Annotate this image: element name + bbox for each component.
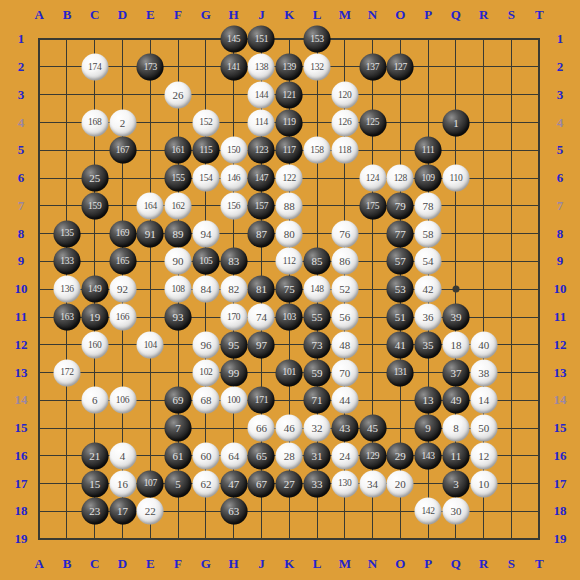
stone-B13[interactable]: 172 [53,359,80,386]
stone-O2[interactable]: 127 [387,53,414,80]
move-number: 167 [116,146,129,156]
stone-L17[interactable]: 33 [304,470,331,497]
stone-K9[interactable]: 112 [276,248,303,275]
column-label-top: K [284,7,294,23]
stone-N6[interactable]: 124 [359,165,386,192]
stone-O16[interactable]: 29 [387,442,414,469]
stone-D4[interactable]: 2 [109,109,136,136]
move-number: 12 [478,450,489,461]
stone-O9[interactable]: 57 [387,248,414,275]
stone-L9[interactable]: 85 [304,248,331,275]
move-number: 163 [60,312,73,322]
stone-C2[interactable]: 174 [81,53,108,80]
column-label-top: S [508,7,515,23]
stone-H12[interactable]: 95 [220,331,247,358]
stone-N7[interactable]: 175 [359,192,386,219]
go-board[interactable]: AABBCCDDEEFFGGHHJJKKLLMMNNOOPPQQRRSSTT11… [0,0,580,580]
move-number: 77 [395,228,406,239]
stone-D14[interactable]: 106 [109,387,136,414]
stone-G17[interactable]: 62 [192,470,219,497]
stone-F6[interactable]: 155 [165,165,192,192]
move-number: 142 [421,507,434,517]
move-number: 125 [366,118,379,128]
stone-L5[interactable]: 158 [304,137,331,164]
move-number: 13 [423,395,434,406]
move-number: 112 [283,257,296,267]
column-label-top: R [479,7,488,23]
stone-K10[interactable]: 75 [276,276,303,303]
move-number: 35 [423,339,434,350]
move-number: 149 [88,284,101,294]
stone-M16[interactable]: 24 [331,442,358,469]
move-number: 1 [453,117,459,128]
column-label-top: F [174,7,182,23]
move-number: 78 [423,200,434,211]
column-label-bottom: K [284,556,294,572]
stone-M9[interactable]: 86 [331,248,358,275]
stone-C17[interactable]: 15 [81,470,108,497]
stone-D8[interactable]: 169 [109,220,136,247]
stone-M3[interactable]: 120 [331,81,358,108]
move-number: 54 [423,256,434,267]
column-label-bottom: M [339,556,351,572]
stone-D5[interactable]: 167 [109,137,136,164]
move-number: 146 [227,173,240,183]
stone-P14[interactable]: 13 [415,387,442,414]
stone-O17[interactable]: 20 [387,470,414,497]
column-label-bottom: F [174,556,182,572]
move-number: 75 [284,284,295,295]
stone-R16[interactable]: 12 [470,442,497,469]
move-number: 22 [145,506,156,517]
move-number: 109 [421,173,434,183]
stone-R15[interactable]: 50 [470,415,497,442]
stone-N17[interactable]: 34 [359,470,386,497]
stone-O12[interactable]: 41 [387,331,414,358]
stone-K2[interactable]: 139 [276,53,303,80]
move-number: 153 [310,34,323,44]
move-number: 161 [171,146,184,156]
stone-J7[interactable]: 157 [248,192,275,219]
move-number: 3 [453,478,459,489]
stone-C10[interactable]: 149 [81,276,108,303]
stone-J5[interactable]: 123 [248,137,275,164]
row-label-right: 16 [554,448,567,464]
stone-J11[interactable]: 74 [248,304,275,331]
row-label-right: 1 [557,31,564,47]
stone-F17[interactable]: 5 [165,470,192,497]
move-number: 94 [200,228,211,239]
move-number: 137 [366,62,379,72]
stone-G14[interactable]: 68 [192,387,219,414]
row-label-left: 3 [18,87,25,103]
stone-F5[interactable]: 161 [165,137,192,164]
stone-P6[interactable]: 109 [415,165,442,192]
move-number: 170 [227,312,240,322]
stone-P9[interactable]: 54 [415,248,442,275]
move-number: 76 [339,228,350,239]
move-number: 135 [60,229,73,239]
stone-C18[interactable]: 23 [81,498,108,525]
move-number: 49 [450,395,461,406]
stone-F14[interactable]: 69 [165,387,192,414]
move-number: 52 [339,284,350,295]
row-label-left: 8 [18,226,25,242]
stone-L11[interactable]: 55 [304,304,331,331]
stone-O6[interactable]: 128 [387,165,414,192]
stone-C14[interactable]: 6 [81,387,108,414]
stone-N2[interactable]: 137 [359,53,386,80]
move-number: 99 [228,367,239,378]
stone-D9[interactable]: 165 [109,248,136,275]
stone-L12[interactable]: 73 [304,331,331,358]
stone-F7[interactable]: 162 [165,192,192,219]
move-number: 38 [478,367,489,378]
move-number: 92 [117,284,128,295]
row-label-left: 12 [15,337,28,353]
stone-R12[interactable]: 40 [470,331,497,358]
stone-K11[interactable]: 103 [276,304,303,331]
stone-C7[interactable]: 159 [81,192,108,219]
stone-O8[interactable]: 77 [387,220,414,247]
move-number: 68 [200,395,211,406]
stone-K13[interactable]: 101 [276,359,303,386]
column-label-top: G [201,7,211,23]
move-number: 28 [284,450,295,461]
row-label-left: 10 [15,281,28,297]
stone-F10[interactable]: 108 [165,276,192,303]
stone-Q4[interactable]: 1 [442,109,469,136]
stone-L15[interactable]: 32 [304,415,331,442]
stone-D11[interactable]: 166 [109,304,136,331]
move-number: 4 [120,450,126,461]
stone-J16[interactable]: 65 [248,442,275,469]
move-number: 14 [478,395,489,406]
move-number: 58 [423,228,434,239]
move-number: 30 [450,506,461,517]
move-number: 172 [60,368,73,378]
stone-P12[interactable]: 35 [415,331,442,358]
move-number: 79 [395,200,406,211]
move-number: 64 [228,450,239,461]
move-number: 82 [228,284,239,295]
stone-J17[interactable]: 67 [248,470,275,497]
row-label-left: 2 [18,59,25,75]
row-label-right: 4 [557,115,564,131]
stone-P16[interactable]: 143 [415,442,442,469]
move-number: 48 [339,339,350,350]
stone-N16[interactable]: 129 [359,442,386,469]
stone-K17[interactable]: 27 [276,470,303,497]
move-number: 6 [92,395,98,406]
row-label-left: 19 [15,531,28,547]
stone-P10[interactable]: 42 [415,276,442,303]
stone-J1[interactable]: 151 [248,26,275,53]
stone-Q18[interactable]: 30 [442,498,469,525]
row-label-right: 13 [554,365,567,381]
move-number: 103 [283,312,296,322]
row-label-right: 10 [554,281,567,297]
stone-Q12[interactable]: 18 [442,331,469,358]
column-label-top: B [63,7,72,23]
stone-H2[interactable]: 141 [220,53,247,80]
stone-D16[interactable]: 4 [109,442,136,469]
stone-O13[interactable]: 131 [387,359,414,386]
move-number: 121 [283,90,296,100]
row-label-right: 2 [557,59,564,75]
stone-M10[interactable]: 52 [331,276,358,303]
move-number: 69 [173,395,184,406]
stone-M13[interactable]: 70 [331,359,358,386]
stone-F16[interactable]: 61 [165,442,192,469]
stone-K16[interactable]: 28 [276,442,303,469]
stone-E18[interactable]: 22 [137,498,164,525]
stone-D18[interactable]: 17 [109,498,136,525]
stone-L16[interactable]: 31 [304,442,331,469]
stone-M12[interactable]: 48 [331,331,358,358]
move-number: 157 [255,201,268,211]
move-number: 87 [256,228,267,239]
stone-F8[interactable]: 89 [165,220,192,247]
stone-F3[interactable]: 26 [165,81,192,108]
column-label-bottom: R [479,556,488,572]
move-number: 42 [423,284,434,295]
stone-Q13[interactable]: 37 [442,359,469,386]
stone-K6[interactable]: 122 [276,165,303,192]
move-number: 29 [395,450,406,461]
stone-M11[interactable]: 56 [331,304,358,331]
stone-H18[interactable]: 63 [220,498,247,525]
stone-J4[interactable]: 114 [248,109,275,136]
move-number: 60 [200,450,211,461]
move-number: 174 [88,62,101,72]
stone-K5[interactable]: 117 [276,137,303,164]
stone-Q16[interactable]: 11 [442,442,469,469]
move-number: 10 [478,478,489,489]
stone-K15[interactable]: 46 [276,415,303,442]
move-number: 67 [256,478,267,489]
move-number: 11 [451,450,462,461]
row-label-left: 11 [15,309,27,325]
move-number: 21 [89,450,100,461]
stone-G10[interactable]: 84 [192,276,219,303]
move-number: 147 [255,173,268,183]
stone-N15[interactable]: 45 [359,415,386,442]
move-number: 114 [255,118,268,128]
stone-G16[interactable]: 60 [192,442,219,469]
stone-G5[interactable]: 115 [192,137,219,164]
stone-Q6[interactable]: 110 [442,165,469,192]
stone-L2[interactable]: 132 [304,53,331,80]
stone-Q15[interactable]: 8 [442,415,469,442]
move-number: 57 [395,256,406,267]
move-number: 144 [255,90,268,100]
stone-H1[interactable]: 145 [220,26,247,53]
move-number: 148 [310,284,323,294]
move-number: 171 [255,396,268,406]
move-number: 168 [88,118,101,128]
stone-J12[interactable]: 97 [248,331,275,358]
column-label-bottom: P [424,556,432,572]
move-number: 97 [256,339,267,350]
move-number: 90 [173,256,184,267]
stone-N4[interactable]: 125 [359,109,386,136]
move-number: 118 [338,146,351,156]
stone-E7[interactable]: 164 [137,192,164,219]
stone-H6[interactable]: 146 [220,165,247,192]
stone-P18[interactable]: 142 [415,498,442,525]
move-number: 175 [366,201,379,211]
stone-O10[interactable]: 53 [387,276,414,303]
stone-M5[interactable]: 118 [331,137,358,164]
stone-J10[interactable]: 81 [248,276,275,303]
column-label-top: Q [451,7,461,23]
stone-H5[interactable]: 150 [220,137,247,164]
stone-G12[interactable]: 96 [192,331,219,358]
column-label-bottom: N [368,556,377,572]
stone-H7[interactable]: 156 [220,192,247,219]
move-number: 55 [312,312,323,323]
stone-C12[interactable]: 160 [81,331,108,358]
stone-O7[interactable]: 79 [387,192,414,219]
move-number: 151 [255,34,268,44]
stone-C16[interactable]: 21 [81,442,108,469]
stone-E2[interactable]: 173 [137,53,164,80]
move-number: 86 [339,256,350,267]
move-number: 53 [395,284,406,295]
stone-F9[interactable]: 90 [165,248,192,275]
column-label-bottom: D [118,556,127,572]
stone-L10[interactable]: 148 [304,276,331,303]
stone-H13[interactable]: 99 [220,359,247,386]
stone-E12[interactable]: 104 [137,331,164,358]
move-number: 120 [338,90,351,100]
stone-J8[interactable]: 87 [248,220,275,247]
column-label-bottom: C [90,556,99,572]
stone-M8[interactable]: 76 [331,220,358,247]
stone-J14[interactable]: 171 [248,387,275,414]
stone-P15[interactable]: 9 [415,415,442,442]
row-label-right: 5 [557,142,564,158]
move-number: 63 [228,506,239,517]
stone-G9[interactable]: 105 [192,248,219,275]
stone-H11[interactable]: 170 [220,304,247,331]
stone-J3[interactable]: 144 [248,81,275,108]
move-number: 169 [116,229,129,239]
column-label-bottom: B [63,556,72,572]
stone-H17[interactable]: 47 [220,470,247,497]
stone-C6[interactable]: 25 [81,165,108,192]
stone-J6[interactable]: 147 [248,165,275,192]
stone-H9[interactable]: 83 [220,248,247,275]
stone-B9[interactable]: 133 [53,248,80,275]
stone-E17[interactable]: 107 [137,470,164,497]
stone-G4[interactable]: 152 [192,109,219,136]
stone-K4[interactable]: 119 [276,109,303,136]
move-number: 128 [394,173,407,183]
stone-K3[interactable]: 121 [276,81,303,108]
stone-B8[interactable]: 135 [53,220,80,247]
move-number: 145 [227,34,240,44]
stone-H10[interactable]: 82 [220,276,247,303]
stone-Q11[interactable]: 39 [442,304,469,331]
move-number: 23 [89,506,100,517]
column-label-bottom: H [229,556,239,572]
stone-E8[interactable]: 91 [137,220,164,247]
stone-R13[interactable]: 38 [470,359,497,386]
stone-R17[interactable]: 10 [470,470,497,497]
row-label-right: 9 [557,253,564,269]
move-number: 36 [423,312,434,323]
row-label-left: 16 [15,448,28,464]
stone-Q14[interactable]: 49 [442,387,469,414]
stone-P8[interactable]: 58 [415,220,442,247]
stone-D17[interactable]: 16 [109,470,136,497]
column-label-top: C [90,7,99,23]
stone-P5[interactable]: 111 [415,137,442,164]
move-number: 27 [284,478,295,489]
stone-B11[interactable]: 163 [53,304,80,331]
move-number: 124 [366,173,379,183]
stone-L14[interactable]: 71 [304,387,331,414]
stone-M15[interactable]: 43 [331,415,358,442]
stone-Q17[interactable]: 3 [442,470,469,497]
stone-M4[interactable]: 126 [331,109,358,136]
stone-M14[interactable]: 44 [331,387,358,414]
stone-J15[interactable]: 66 [248,415,275,442]
move-number: 160 [88,340,101,350]
move-number: 84 [200,284,211,295]
row-label-left: 14 [15,392,28,408]
stone-C4[interactable]: 168 [81,109,108,136]
stone-L1[interactable]: 153 [304,26,331,53]
stone-H14[interactable]: 100 [220,387,247,414]
stone-H16[interactable]: 64 [220,442,247,469]
move-number: 122 [283,173,296,183]
row-label-right: 19 [554,531,567,547]
stone-F11[interactable]: 93 [165,304,192,331]
move-number: 166 [116,312,129,322]
stone-P7[interactable]: 78 [415,192,442,219]
stone-K8[interactable]: 80 [276,220,303,247]
stone-D10[interactable]: 92 [109,276,136,303]
move-number: 165 [116,257,129,267]
stone-M17[interactable]: 130 [331,470,358,497]
stone-F15[interactable]: 7 [165,415,192,442]
stone-G13[interactable]: 102 [192,359,219,386]
stone-P11[interactable]: 36 [415,304,442,331]
stone-G8[interactable]: 94 [192,220,219,247]
move-number: 95 [228,339,239,350]
column-label-top: H [229,7,239,23]
column-label-top: N [368,7,377,23]
stone-O11[interactable]: 51 [387,304,414,331]
column-label-top: D [118,7,127,23]
move-number: 127 [394,62,407,72]
stone-B10[interactable]: 136 [53,276,80,303]
stone-K7[interactable]: 88 [276,192,303,219]
stone-L13[interactable]: 59 [304,359,331,386]
stone-G6[interactable]: 154 [192,165,219,192]
stone-R14[interactable]: 14 [470,387,497,414]
move-number: 91 [145,228,156,239]
move-number: 51 [395,312,406,323]
move-number: 46 [284,423,295,434]
move-number: 129 [366,451,379,461]
stone-C11[interactable]: 19 [81,304,108,331]
stone-J2[interactable]: 138 [248,53,275,80]
move-number: 108 [171,284,184,294]
